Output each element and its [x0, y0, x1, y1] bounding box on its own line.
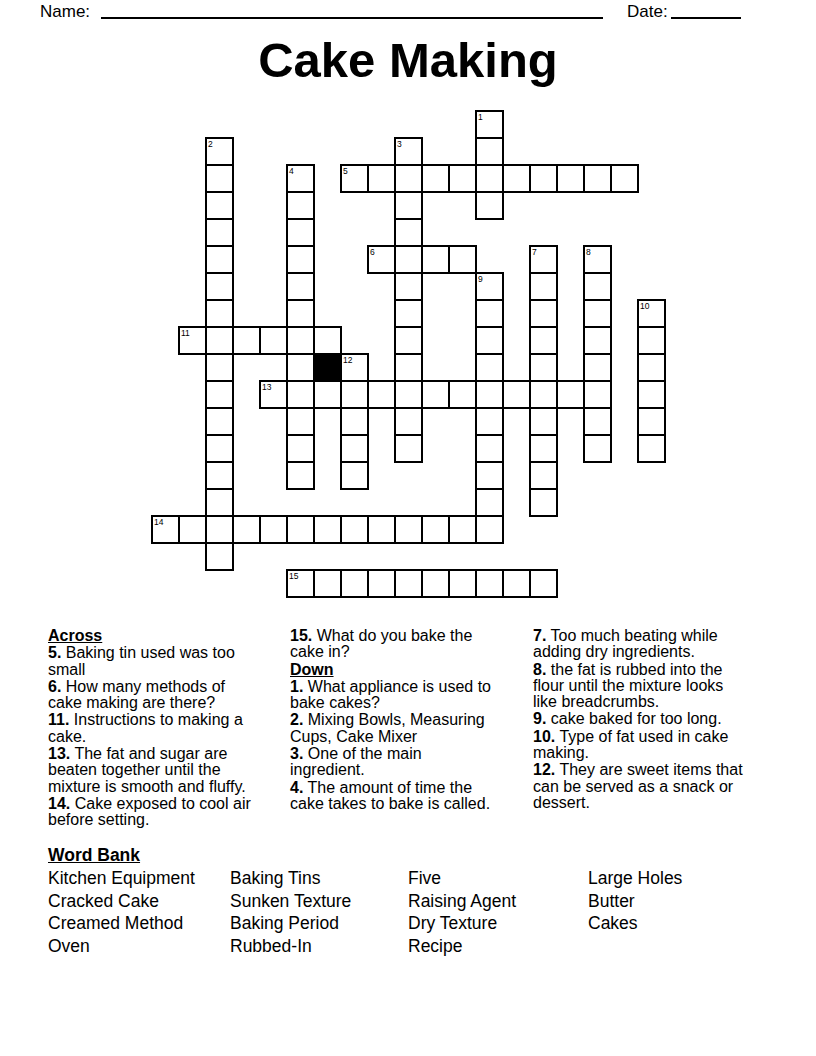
clue-text: One of the main ingredient. — [290, 745, 422, 778]
grid-number-6: 6 — [370, 247, 375, 257]
across-heading: Across — [48, 628, 286, 644]
clue-text: The fat and sugar are beaten together un… — [48, 745, 246, 795]
cell-r2c7[interactable]: 5 — [340, 164, 369, 193]
cell-r15c2[interactable] — [205, 515, 234, 544]
puzzle-title: Cake Making — [0, 33, 816, 87]
clue-column-2: 15. What do you bake the cake in?Down1. … — [290, 628, 528, 813]
word-bank-item: Sunken Texture — [230, 890, 408, 913]
word-bank-item: Baking Tins — [230, 867, 408, 890]
cell-r10c11[interactable] — [448, 380, 477, 409]
cell-r2c8[interactable] — [367, 164, 396, 193]
cell-r13c2[interactable] — [205, 461, 234, 490]
cell-r1c9[interactable]: 3 — [394, 137, 423, 166]
cell-r17c6[interactable] — [313, 569, 342, 598]
clue-text: How many methods of cake making are ther… — [48, 678, 225, 711]
word-bank-item: Raising Agent — [408, 890, 588, 913]
grid-number-13: 13 — [262, 382, 271, 392]
word-bank-item: Cracked Cake — [48, 890, 230, 913]
clue-text: Cake exposed to cool air before setting. — [48, 795, 251, 828]
cell-r17c14[interactable] — [529, 569, 558, 598]
clue-number-label: 9. — [533, 710, 546, 727]
cell-r6c5[interactable] — [286, 272, 315, 301]
cell-r8c2[interactable] — [205, 326, 234, 355]
cell-r8c12[interactable] — [475, 326, 504, 355]
clue-number-label: 15. — [290, 627, 312, 644]
cell-r6c14[interactable] — [529, 272, 558, 301]
cell-r11c16[interactable] — [583, 407, 612, 436]
cell-r11c18[interactable] — [637, 407, 666, 436]
clue-down-10: 10. Type of fat used in cake making. — [533, 729, 771, 762]
cell-r12c14[interactable] — [529, 434, 558, 463]
cell-r2c17[interactable] — [610, 164, 639, 193]
clue-text: Too much beating while adding dry ingred… — [533, 627, 718, 660]
clue-down-2: 2. Mixing Bowls, Measuring Cups, Cake Mi… — [290, 712, 528, 745]
cell-r17c12[interactable] — [475, 569, 504, 598]
cell-r5c9[interactable] — [394, 245, 423, 274]
cell-r10c7[interactable] — [340, 380, 369, 409]
cell-r17c8[interactable] — [367, 569, 396, 598]
cell-r10c12[interactable] — [475, 380, 504, 409]
cell-r2c14[interactable] — [529, 164, 558, 193]
grid-number-11: 11 — [181, 328, 190, 338]
clue-number-label: 3. — [290, 745, 303, 762]
grid-number-4: 4 — [289, 166, 294, 176]
cell-r12c9[interactable] — [394, 434, 423, 463]
cell-r8c16[interactable] — [583, 326, 612, 355]
clue-number-label: 13. — [48, 745, 70, 762]
clue-down-1: 1. What appliance is used to bake cakes? — [290, 679, 528, 712]
cell-r4c5[interactable] — [286, 218, 315, 247]
cell-r10c16[interactable] — [583, 380, 612, 409]
clue-number-label: 11. — [48, 711, 69, 728]
cell-r15c10[interactable] — [421, 515, 450, 544]
cell-r10c18[interactable] — [637, 380, 666, 409]
word-bank-item: Baking Period — [230, 912, 408, 935]
cell-r15c7[interactable] — [340, 515, 369, 544]
clue-down-12: 12. They are sweet items that can be ser… — [533, 762, 771, 811]
cell-r7c5[interactable] — [286, 299, 315, 328]
cell-r16c2[interactable] — [205, 542, 234, 571]
clue-number-label: 14. — [48, 795, 70, 812]
cell-r17c13[interactable] — [502, 569, 531, 598]
cell-r11c2[interactable] — [205, 407, 234, 436]
clue-number-label: 5. — [48, 644, 61, 661]
clue-text: Baking tin used was too small — [48, 644, 235, 677]
cell-r11c9[interactable] — [394, 407, 423, 436]
clue-down-8: 8. the fat is rubbed into the flour unti… — [533, 662, 771, 711]
cell-r17c7[interactable] — [340, 569, 369, 598]
clue-down-3: 3. One of the main ingredient. — [290, 746, 528, 779]
cell-r4c2[interactable] — [205, 218, 234, 247]
clue-number-label: 10. — [533, 728, 555, 745]
cell-r11c12[interactable] — [475, 407, 504, 436]
cell-r12c16[interactable] — [583, 434, 612, 463]
grid-number-10: 10 — [640, 301, 649, 311]
cell-r2c9[interactable] — [394, 164, 423, 193]
cell-r12c12[interactable] — [475, 434, 504, 463]
cell-r13c7[interactable] — [340, 461, 369, 490]
cell-r6c12[interactable]: 9 — [475, 272, 504, 301]
cell-r9c7[interactable]: 12 — [340, 353, 369, 382]
clue-down-7: 7. Too much beating while adding dry ing… — [533, 628, 771, 661]
cell-r11c5[interactable] — [286, 407, 315, 436]
clue-text: Type of fat used in cake making. — [533, 728, 728, 761]
cell-r2c2[interactable] — [205, 164, 234, 193]
clue-across-13: 13. The fat and sugar are beaten togethe… — [48, 746, 286, 795]
word-bank-item: Large Holes — [588, 867, 682, 890]
word-bank-item: Oven — [48, 935, 230, 958]
cell-r11c14[interactable] — [529, 407, 558, 436]
clue-text: They are sweet items that can be served … — [533, 761, 743, 811]
word-bank-item: Dry Texture — [408, 912, 588, 935]
cell-r13c14[interactable] — [529, 461, 558, 490]
cell-r4c9[interactable] — [394, 218, 423, 247]
cell-r5c11[interactable] — [448, 245, 477, 274]
cell-r8c4[interactable] — [259, 326, 288, 355]
clue-column-3: 7. Too much beating while adding dry ing… — [533, 628, 771, 812]
word-bank-list: Kitchen EquipmentCracked CakeCreamed Met… — [48, 867, 682, 957]
name-label: Name: — [40, 2, 90, 22]
cell-r6c9[interactable] — [394, 272, 423, 301]
cell-r10c10[interactable] — [421, 380, 450, 409]
cell-r2c5[interactable]: 4 — [286, 164, 315, 193]
cell-r17c9[interactable] — [394, 569, 423, 598]
cell-r9c14[interactable] — [529, 353, 558, 382]
black-cell-r9c6 — [313, 353, 342, 382]
clue-down-9: 9. cake baked for too long. — [533, 711, 771, 727]
cell-r15c5[interactable] — [286, 515, 315, 544]
clue-text: Mixing Bowls, Measuring Cups, Cake Mixer — [290, 711, 485, 744]
cell-r7c14[interactable] — [529, 299, 558, 328]
cell-r15c4[interactable] — [259, 515, 288, 544]
cell-r3c12[interactable] — [475, 191, 504, 220]
word-bank-item: Kitchen Equipment — [48, 867, 230, 890]
grid-number-15: 15 — [289, 571, 298, 581]
cell-r15c6[interactable] — [313, 515, 342, 544]
cell-r14c12[interactable] — [475, 488, 504, 517]
cell-r3c5[interactable] — [286, 191, 315, 220]
cell-r13c12[interactable] — [475, 461, 504, 490]
cell-r6c2[interactable] — [205, 272, 234, 301]
cell-r10c4[interactable]: 13 — [259, 380, 288, 409]
cell-r15c12[interactable] — [475, 515, 504, 544]
cell-r10c13[interactable] — [502, 380, 531, 409]
cell-r1c2[interactable]: 2 — [205, 137, 234, 166]
date-fill-line[interactable] — [671, 5, 741, 19]
cell-r10c6[interactable] — [313, 380, 342, 409]
cell-r2c10[interactable] — [421, 164, 450, 193]
cell-r15c8[interactable] — [367, 515, 396, 544]
cell-r15c9[interactable] — [394, 515, 423, 544]
cell-r8c9[interactable] — [394, 326, 423, 355]
cell-r8c18[interactable] — [637, 326, 666, 355]
grid-number-5: 5 — [343, 166, 348, 176]
clue-number-label: 8. — [533, 661, 546, 678]
cell-r5c10[interactable] — [421, 245, 450, 274]
clue-across-5: 5. Baking tin used was too small — [48, 645, 286, 678]
clue-text: The amount of time the cake takes to bak… — [290, 779, 490, 812]
clue-column-1: Across5. Baking tin used was too small6.… — [48, 628, 286, 830]
clue-across-6: 6. How many methods of cake making are t… — [48, 679, 286, 712]
grid-number-14: 14 — [154, 517, 163, 527]
cell-r2c11[interactable] — [448, 164, 477, 193]
cell-r9c9[interactable] — [394, 353, 423, 382]
word-bank-item: Five — [408, 867, 588, 890]
cell-r14c2[interactable] — [205, 488, 234, 517]
clue-text: Instructions to making a cake. — [48, 711, 243, 744]
cell-r7c16[interactable] — [583, 299, 612, 328]
word-bank-item: Cakes — [588, 912, 682, 935]
cell-r5c2[interactable] — [205, 245, 234, 274]
grid-number-2: 2 — [208, 139, 213, 149]
cell-r9c18[interactable] — [637, 353, 666, 382]
cell-r12c18[interactable] — [637, 434, 666, 463]
grid-number-12: 12 — [343, 355, 352, 365]
cell-r2c15[interactable] — [556, 164, 585, 193]
worksheet-page: Name: Date: Cake Making 1234567891011121… — [0, 0, 816, 1056]
grid-number-3: 3 — [397, 139, 402, 149]
cell-r7c12[interactable] — [475, 299, 504, 328]
cell-r9c5[interactable] — [286, 353, 315, 382]
cell-r7c2[interactable] — [205, 299, 234, 328]
cell-r6c16[interactable] — [583, 272, 612, 301]
cell-r5c8[interactable]: 6 — [367, 245, 396, 274]
word-bank-item: Rubbed-In — [230, 935, 408, 958]
cell-r2c16[interactable] — [583, 164, 612, 193]
cell-r15c1[interactable] — [178, 515, 207, 544]
clue-across-14: 14. Cake exposed to cool air before sett… — [48, 796, 286, 829]
grid-number-8: 8 — [586, 247, 591, 257]
clue-down-4: 4. The amount of time the cake takes to … — [290, 780, 528, 813]
cell-r10c8[interactable] — [367, 380, 396, 409]
cell-r3c9[interactable] — [394, 191, 423, 220]
grid-number-7: 7 — [532, 247, 537, 257]
cell-r10c5[interactable] — [286, 380, 315, 409]
name-fill-line[interactable] — [101, 5, 603, 19]
cell-r8c5[interactable] — [286, 326, 315, 355]
clue-number-label: 4. — [290, 779, 303, 796]
clue-text: the fat is rubbed into the flour until t… — [533, 661, 723, 711]
cell-r14c14[interactable] — [529, 488, 558, 517]
word-bank-heading: Word Bank — [48, 845, 140, 866]
cell-r8c6[interactable] — [313, 326, 342, 355]
word-bank-item: Recipe — [408, 935, 588, 958]
clue-text: What do you bake the cake in? — [290, 627, 472, 660]
down-heading: Down — [290, 662, 528, 678]
cell-r10c9[interactable] — [394, 380, 423, 409]
clue-number-label: 1. — [290, 678, 303, 695]
clue-number-label: 2. — [290, 711, 303, 728]
cell-r12c2[interactable] — [205, 434, 234, 463]
clue-number-label: 6. — [48, 678, 61, 695]
word-bank-item: Creamed Method — [48, 912, 230, 935]
cell-r17c11[interactable] — [448, 569, 477, 598]
cell-r5c14[interactable]: 7 — [529, 245, 558, 274]
clue-text: What appliance is used to bake cakes? — [290, 678, 491, 711]
clue-text: cake baked for too long. — [546, 710, 721, 727]
cell-r8c1[interactable]: 11 — [178, 326, 207, 355]
word-bank-item: Butter — [588, 890, 682, 913]
clue-number-label: 7. — [533, 627, 546, 644]
cell-r17c10[interactable] — [421, 569, 450, 598]
cell-r2c12[interactable] — [475, 164, 504, 193]
cell-r15c3[interactable] — [232, 515, 261, 544]
cell-r10c2[interactable] — [205, 380, 234, 409]
cell-r15c11[interactable] — [448, 515, 477, 544]
cell-r9c12[interactable] — [475, 353, 504, 382]
cell-r5c16[interactable]: 8 — [583, 245, 612, 274]
grid-number-9: 9 — [478, 274, 483, 284]
cell-r7c9[interactable] — [394, 299, 423, 328]
cell-r0c12[interactable]: 1 — [475, 110, 504, 139]
cell-r17c5[interactable]: 15 — [286, 569, 315, 598]
cell-r2c13[interactable] — [502, 164, 531, 193]
cell-r13c5[interactable] — [286, 461, 315, 490]
cell-r10c14[interactable] — [529, 380, 558, 409]
cell-r10c15[interactable] — [556, 380, 585, 409]
cell-r11c7[interactable] — [340, 407, 369, 436]
cell-r8c14[interactable] — [529, 326, 558, 355]
cell-r8c3[interactable] — [232, 326, 261, 355]
cell-r12c5[interactable] — [286, 434, 315, 463]
crossword-grid: 123456789101112131415 — [151, 110, 664, 596]
cell-r5c5[interactable] — [286, 245, 315, 274]
cell-r1c12[interactable] — [475, 137, 504, 166]
clue-number-label: 12. — [533, 761, 555, 778]
cell-r9c2[interactable] — [205, 353, 234, 382]
cell-r7c18[interactable]: 10 — [637, 299, 666, 328]
grid-number-1: 1 — [478, 112, 483, 122]
clue-across-11: 11. Instructions to making a cake. — [48, 712, 286, 745]
date-label: Date: — [627, 2, 668, 22]
cell-r9c16[interactable] — [583, 353, 612, 382]
cell-r12c7[interactable] — [340, 434, 369, 463]
clue-across-15: 15. What do you bake the cake in? — [290, 628, 528, 661]
cell-r15c0[interactable]: 14 — [151, 515, 180, 544]
cell-r3c2[interactable] — [205, 191, 234, 220]
